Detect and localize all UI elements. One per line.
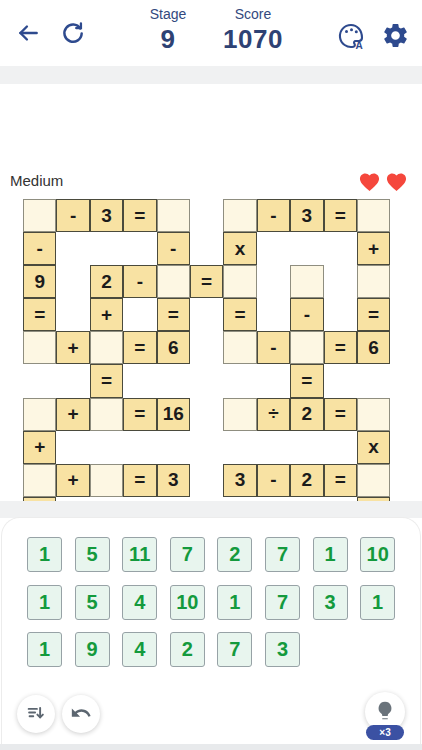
board-cell-r6c2[interactable] bbox=[90, 398, 123, 431]
lives-indicator bbox=[358, 171, 408, 196]
tray-tile-r2-2[interactable]: 5 bbox=[75, 585, 110, 620]
board-cell-r0c7: - bbox=[257, 199, 290, 232]
board-cell-r4c0[interactable] bbox=[23, 331, 56, 364]
board-cell-r2c4[interactable] bbox=[157, 265, 190, 298]
board-cell-r7c10: x bbox=[357, 431, 390, 464]
tray-tile-r3-3[interactable]: 4 bbox=[122, 632, 157, 667]
board-cell-r8c9: = bbox=[324, 464, 357, 497]
hint-count-badge: ×3 bbox=[366, 725, 404, 740]
board-cell-r2c8[interactable] bbox=[290, 265, 323, 298]
tray-tile-r2-6[interactable]: 7 bbox=[265, 585, 300, 620]
undo-icon bbox=[70, 702, 92, 727]
life-heart-icon bbox=[385, 171, 408, 196]
board-cell-r0c8: 3 bbox=[290, 199, 323, 232]
board-cell-r6c1: + bbox=[56, 398, 89, 431]
board-cell-r3c8: - bbox=[290, 298, 323, 331]
restart-button[interactable] bbox=[58, 21, 86, 49]
tray-tile-r1-7[interactable]: 1 bbox=[313, 537, 348, 572]
board-cell-r4c4: 6 bbox=[157, 331, 190, 364]
back-button[interactable] bbox=[14, 20, 42, 48]
tray-row-3: 194273 bbox=[27, 632, 397, 667]
gear-icon bbox=[381, 21, 410, 53]
board-cell-r4c1: + bbox=[56, 331, 89, 364]
board-cell-r3c6: = bbox=[223, 298, 256, 331]
board-cell-r0c2: 3 bbox=[90, 199, 123, 232]
board-cell-r3c2: + bbox=[90, 298, 123, 331]
board-cell-r2c6[interactable] bbox=[223, 265, 256, 298]
board-cell-r4c10: 6 bbox=[357, 331, 390, 364]
board-cell-r0c0[interactable] bbox=[23, 199, 56, 232]
lightbulb-icon bbox=[374, 700, 396, 725]
theme-button[interactable]: A bbox=[334, 20, 368, 54]
board-cell-r6c8: 2 bbox=[290, 398, 323, 431]
board-cell-r3c10: = bbox=[357, 298, 390, 331]
tray-tile-r1-6[interactable]: 7 bbox=[265, 537, 300, 572]
board-cell-r8c2[interactable] bbox=[90, 464, 123, 497]
board-cell-r6c9: = bbox=[324, 398, 357, 431]
board-cell-r6c10[interactable] bbox=[357, 398, 390, 431]
score-value: 1070 bbox=[218, 24, 288, 55]
board-cell-r8c3: = bbox=[123, 464, 156, 497]
sort-icon bbox=[25, 702, 47, 727]
tray-row-2: 154101731 bbox=[27, 585, 397, 620]
tray-tile-r2-1[interactable]: 1 bbox=[27, 585, 62, 620]
board-cell-r1c0: - bbox=[23, 232, 56, 265]
bottom-strip bbox=[0, 744, 422, 750]
tray-tile-r1-8[interactable]: 10 bbox=[360, 537, 395, 572]
board-cell-r2c0: 9 bbox=[23, 265, 56, 298]
board-cell-r8c4: 3 bbox=[157, 464, 190, 497]
board-cell-r6c6[interactable] bbox=[223, 398, 256, 431]
tray-tile-r3-6[interactable]: 3 bbox=[265, 632, 300, 667]
header-divider-band bbox=[0, 66, 422, 84]
stage-value: 9 bbox=[138, 24, 198, 55]
tray-tile-r3-2[interactable]: 9 bbox=[75, 632, 110, 667]
board-cell-r6c7: ÷ bbox=[257, 398, 290, 431]
board-cell-r0c4[interactable] bbox=[157, 199, 190, 232]
tray-tile-r1-5[interactable]: 2 bbox=[217, 537, 252, 572]
board-cell-r0c6[interactable] bbox=[223, 199, 256, 232]
board-cell-r2c2: 2 bbox=[90, 265, 123, 298]
board-cell-r8c8: 2 bbox=[290, 464, 323, 497]
board-cell-r3c0: = bbox=[23, 298, 56, 331]
tray-tile-r3-4[interactable]: 2 bbox=[170, 632, 205, 667]
board-cell-r0c9: = bbox=[324, 199, 357, 232]
board-cell-r0c1: - bbox=[56, 199, 89, 232]
life-heart-icon bbox=[358, 171, 381, 196]
board-cell-r5c8: = bbox=[290, 364, 323, 397]
stage-indicator: Stage 9 bbox=[138, 6, 198, 55]
tray-tile-r3-5[interactable]: 7 bbox=[217, 632, 252, 667]
board-cell-r4c6[interactable] bbox=[223, 331, 256, 364]
board-cell-r6c4: 16 bbox=[157, 398, 190, 431]
board-cell-r8c10[interactable] bbox=[357, 464, 390, 497]
tray-tile-r3-1[interactable]: 1 bbox=[27, 632, 62, 667]
board-cell-r2c3: - bbox=[123, 265, 156, 298]
tray-row-1: 1511727110 bbox=[27, 537, 397, 572]
settings-button[interactable] bbox=[379, 21, 411, 53]
board-cell-r4c3: = bbox=[123, 331, 156, 364]
top-bar: Stage 9 Score 1070 A bbox=[0, 0, 422, 66]
board-cell-r1c4: - bbox=[157, 232, 190, 265]
score-indicator: Score 1070 bbox=[218, 6, 288, 55]
tray-tile-r2-4[interactable]: 10 bbox=[170, 585, 205, 620]
board-cell-r8c7: - bbox=[257, 464, 290, 497]
board-cell-r1c10: + bbox=[357, 232, 390, 265]
tray-tile-r2-7[interactable]: 3 bbox=[313, 585, 348, 620]
board-cell-r8c6: 3 bbox=[223, 464, 256, 497]
palette-icon: A bbox=[335, 20, 367, 55]
board-cell-r6c0[interactable] bbox=[23, 398, 56, 431]
board-cell-r4c7: - bbox=[257, 331, 290, 364]
tray-tile-r1-1[interactable]: 1 bbox=[27, 537, 62, 572]
board-tray-divider-band bbox=[0, 501, 422, 518]
play-area: Medium -3=-3=--x+92-==+==-=+=6-=6==+=16÷… bbox=[0, 84, 422, 501]
board-cell-r8c1: + bbox=[56, 464, 89, 497]
number-tray: 1511727110154101731194273 bbox=[27, 537, 397, 667]
tray-tile-r1-2[interactable]: 5 bbox=[75, 537, 110, 572]
board-cell-r2c5: = bbox=[190, 265, 223, 298]
score-label: Score bbox=[218, 6, 288, 22]
undo-button[interactable] bbox=[62, 695, 100, 733]
board-cell-r2c10[interactable] bbox=[357, 265, 390, 298]
board-cell-r5c2: = bbox=[90, 364, 123, 397]
board-cell-r1c6: x bbox=[223, 232, 256, 265]
tray-tile-r1-3[interactable]: 11 bbox=[122, 537, 157, 572]
board-cell-r8c0[interactable] bbox=[23, 464, 56, 497]
tray-tile-r2-8[interactable]: 1 bbox=[360, 585, 395, 620]
stage-label: Stage bbox=[138, 6, 198, 22]
board-cell-r0c3: = bbox=[123, 199, 156, 232]
board-cell-r4c8[interactable] bbox=[290, 331, 323, 364]
board-cell-r6c3: = bbox=[123, 398, 156, 431]
back-arrow-icon bbox=[15, 20, 41, 49]
tray-tile-r2-5[interactable]: 1 bbox=[217, 585, 252, 620]
tray-tile-r1-4[interactable]: 7 bbox=[170, 537, 205, 572]
board-cell-r4c9: = bbox=[324, 331, 357, 364]
svg-text:A: A bbox=[356, 40, 363, 51]
difficulty-label: Medium bbox=[10, 172, 63, 189]
board-cell-r4c2[interactable] bbox=[90, 331, 123, 364]
refresh-icon bbox=[60, 21, 85, 49]
tray-tile-r2-3[interactable]: 4 bbox=[122, 585, 157, 620]
sort-button[interactable] bbox=[17, 695, 55, 733]
board-cell-r3c4: = bbox=[157, 298, 190, 331]
board-cell-r7c0: + bbox=[23, 431, 56, 464]
board-cell-r0c10[interactable] bbox=[357, 199, 390, 232]
